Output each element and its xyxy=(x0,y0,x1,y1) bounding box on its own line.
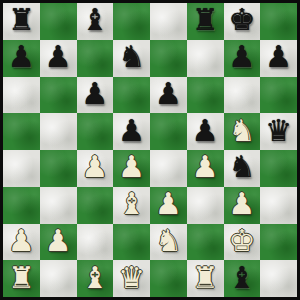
square-e3[interactable]: ♟ xyxy=(150,187,187,224)
square-e7[interactable] xyxy=(150,40,187,77)
chess-board-frame: ♜♝♜♚♟♟♞♟♟♟♟♟♟♞♛♟♟♟♞♝♟♟♟♟♞♚♜♝♛♜♝ xyxy=(0,0,300,300)
square-d2[interactable] xyxy=(113,224,150,261)
black-pawn: ♟ xyxy=(228,42,255,72)
black-pawn: ♟ xyxy=(155,79,182,109)
square-h1[interactable] xyxy=(260,260,297,297)
black-pawn: ♟ xyxy=(45,42,72,72)
square-h8[interactable] xyxy=(260,3,297,40)
white-pawn: ♟ xyxy=(45,226,72,256)
white-knight: ♞ xyxy=(155,226,182,256)
square-h6[interactable] xyxy=(260,77,297,114)
square-c4[interactable]: ♟ xyxy=(77,150,114,187)
white-pawn: ♟ xyxy=(81,152,108,182)
square-h2[interactable] xyxy=(260,224,297,261)
black-bishop: ♝ xyxy=(228,263,255,293)
square-e4[interactable] xyxy=(150,150,187,187)
square-f5[interactable]: ♟ xyxy=(187,113,224,150)
square-d6[interactable] xyxy=(113,77,150,114)
white-rook: ♜ xyxy=(8,263,35,293)
square-g2[interactable]: ♚ xyxy=(224,224,261,261)
square-a2[interactable]: ♟ xyxy=(3,224,40,261)
black-bishop: ♝ xyxy=(81,5,108,35)
square-b6[interactable] xyxy=(40,77,77,114)
square-c7[interactable] xyxy=(77,40,114,77)
square-c6[interactable]: ♟ xyxy=(77,77,114,114)
square-h3[interactable] xyxy=(260,187,297,224)
square-a8[interactable]: ♜ xyxy=(3,3,40,40)
square-g4[interactable]: ♞ xyxy=(224,150,261,187)
black-king: ♚ xyxy=(228,5,255,35)
square-g6[interactable] xyxy=(224,77,261,114)
white-rook: ♜ xyxy=(192,263,219,293)
square-c3[interactable] xyxy=(77,187,114,224)
white-queen: ♛ xyxy=(118,263,145,293)
white-pawn: ♟ xyxy=(228,189,255,219)
square-d3[interactable]: ♝ xyxy=(113,187,150,224)
square-b1[interactable] xyxy=(40,260,77,297)
square-g8[interactable]: ♚ xyxy=(224,3,261,40)
square-e8[interactable] xyxy=(150,3,187,40)
white-pawn: ♟ xyxy=(192,152,219,182)
square-f4[interactable]: ♟ xyxy=(187,150,224,187)
square-b8[interactable] xyxy=(40,3,77,40)
square-g1[interactable]: ♝ xyxy=(224,260,261,297)
black-rook: ♜ xyxy=(8,5,35,35)
square-b3[interactable] xyxy=(40,187,77,224)
white-bishop: ♝ xyxy=(118,189,145,219)
square-c1[interactable]: ♝ xyxy=(77,260,114,297)
square-f8[interactable]: ♜ xyxy=(187,3,224,40)
square-d1[interactable]: ♛ xyxy=(113,260,150,297)
square-f3[interactable] xyxy=(187,187,224,224)
square-c2[interactable] xyxy=(77,224,114,261)
white-pawn: ♟ xyxy=(155,189,182,219)
square-a7[interactable]: ♟ xyxy=(3,40,40,77)
square-e5[interactable] xyxy=(150,113,187,150)
square-c8[interactable]: ♝ xyxy=(77,3,114,40)
black-pawn: ♟ xyxy=(118,116,145,146)
square-a4[interactable] xyxy=(3,150,40,187)
square-b5[interactable] xyxy=(40,113,77,150)
square-h7[interactable]: ♟ xyxy=(260,40,297,77)
white-king: ♚ xyxy=(228,226,255,256)
square-b2[interactable]: ♟ xyxy=(40,224,77,261)
white-bishop: ♝ xyxy=(81,263,108,293)
black-pawn: ♟ xyxy=(8,42,35,72)
square-h4[interactable] xyxy=(260,150,297,187)
square-c5[interactable] xyxy=(77,113,114,150)
square-d8[interactable] xyxy=(113,3,150,40)
black-pawn: ♟ xyxy=(81,79,108,109)
square-e6[interactable]: ♟ xyxy=(150,77,187,114)
square-e1[interactable] xyxy=(150,260,187,297)
square-a5[interactable] xyxy=(3,113,40,150)
black-knight: ♞ xyxy=(118,42,145,72)
black-knight: ♞ xyxy=(228,152,255,182)
white-knight: ♞ xyxy=(228,116,255,146)
square-d7[interactable]: ♞ xyxy=(113,40,150,77)
square-g7[interactable]: ♟ xyxy=(224,40,261,77)
square-f7[interactable] xyxy=(187,40,224,77)
square-h5[interactable]: ♛ xyxy=(260,113,297,150)
square-e2[interactable]: ♞ xyxy=(150,224,187,261)
square-b7[interactable]: ♟ xyxy=(40,40,77,77)
black-pawn: ♟ xyxy=(192,116,219,146)
square-a6[interactable] xyxy=(3,77,40,114)
square-a3[interactable] xyxy=(3,187,40,224)
black-pawn: ♟ xyxy=(265,42,292,72)
square-g5[interactable]: ♞ xyxy=(224,113,261,150)
white-pawn: ♟ xyxy=(8,226,35,256)
white-pawn: ♟ xyxy=(118,152,145,182)
square-f6[interactable] xyxy=(187,77,224,114)
square-b4[interactable] xyxy=(40,150,77,187)
square-d5[interactable]: ♟ xyxy=(113,113,150,150)
square-d4[interactable]: ♟ xyxy=(113,150,150,187)
square-f1[interactable]: ♜ xyxy=(187,260,224,297)
black-queen: ♛ xyxy=(265,116,292,146)
square-f2[interactable] xyxy=(187,224,224,261)
chess-board: ♜♝♜♚♟♟♞♟♟♟♟♟♟♞♛♟♟♟♞♝♟♟♟♟♞♚♜♝♛♜♝ xyxy=(3,3,297,297)
black-rook: ♜ xyxy=(192,5,219,35)
square-g3[interactable]: ♟ xyxy=(224,187,261,224)
square-a1[interactable]: ♜ xyxy=(3,260,40,297)
